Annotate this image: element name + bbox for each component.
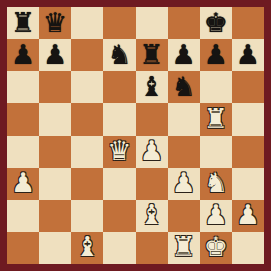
square-h1[interactable] [232,232,264,264]
square-c1[interactable]: ♝ [71,232,103,264]
square-d1[interactable] [103,232,135,264]
square-g2[interactable]: ♟ [200,200,232,232]
square-g1[interactable]: ♚ [200,232,232,264]
square-d4[interactable]: ♛ [103,136,135,168]
piece-black-pawn[interactable]: ♟ [43,41,67,68]
square-g5[interactable]: ♜ [200,103,232,135]
square-h6[interactable] [232,71,264,103]
square-g8[interactable]: ♚ [200,7,232,39]
square-c8[interactable] [71,7,103,39]
piece-black-knight[interactable]: ♞ [172,73,196,100]
square-f6[interactable]: ♞ [168,71,200,103]
piece-black-knight[interactable]: ♞ [107,41,131,68]
square-b5[interactable] [39,103,71,135]
square-d8[interactable] [103,7,135,39]
square-b4[interactable] [39,136,71,168]
piece-black-pawn[interactable]: ♟ [204,41,228,68]
square-e6[interactable]: ♝ [136,71,168,103]
square-b7[interactable]: ♟ [39,39,71,71]
piece-white-rook[interactable]: ♜ [172,233,196,260]
square-c2[interactable] [71,200,103,232]
piece-white-rook[interactable]: ♜ [204,105,228,132]
piece-white-pawn[interactable]: ♟ [11,169,35,196]
square-c3[interactable] [71,168,103,200]
piece-black-queen[interactable]: ♛ [43,9,67,36]
chess-board: ♜♛♚♟♟♞♜♟♟♟♝♞♜♛♟♟♟♞♝♟♟♝♜♚ [0,0,271,271]
square-h8[interactable] [232,7,264,39]
piece-white-bishop[interactable]: ♝ [139,201,163,228]
square-d6[interactable] [103,71,135,103]
square-h7[interactable]: ♟ [232,39,264,71]
square-a5[interactable] [7,103,39,135]
piece-white-pawn[interactable]: ♟ [236,201,260,228]
piece-white-pawn[interactable]: ♟ [204,201,228,228]
piece-black-pawn[interactable]: ♟ [236,41,260,68]
square-f5[interactable] [168,103,200,135]
piece-black-bishop[interactable]: ♝ [139,73,163,100]
square-h2[interactable]: ♟ [232,200,264,232]
square-a6[interactable] [7,71,39,103]
square-e1[interactable] [136,232,168,264]
square-e7[interactable]: ♜ [136,39,168,71]
square-a4[interactable] [7,136,39,168]
square-b6[interactable] [39,71,71,103]
piece-black-rook[interactable]: ♜ [11,9,35,36]
square-f1[interactable]: ♜ [168,232,200,264]
piece-black-pawn[interactable]: ♟ [11,41,35,68]
piece-white-knight[interactable]: ♞ [204,169,228,196]
square-c7[interactable] [71,39,103,71]
square-g3[interactable]: ♞ [200,168,232,200]
square-g4[interactable] [200,136,232,168]
square-f2[interactable] [168,200,200,232]
piece-white-bishop[interactable]: ♝ [75,233,99,260]
square-d2[interactable] [103,200,135,232]
square-e4[interactable]: ♟ [136,136,168,168]
square-b2[interactable] [39,200,71,232]
square-a8[interactable]: ♜ [7,7,39,39]
piece-black-rook[interactable]: ♜ [139,41,163,68]
piece-white-queen[interactable]: ♛ [107,137,131,164]
square-h3[interactable] [232,168,264,200]
piece-white-king[interactable]: ♚ [204,233,228,260]
square-a3[interactable]: ♟ [7,168,39,200]
square-g7[interactable]: ♟ [200,39,232,71]
square-a1[interactable] [7,232,39,264]
square-d3[interactable] [103,168,135,200]
square-e3[interactable] [136,168,168,200]
square-e8[interactable] [136,7,168,39]
piece-white-pawn[interactable]: ♟ [139,137,163,164]
square-a7[interactable]: ♟ [7,39,39,71]
piece-black-king[interactable]: ♚ [204,9,228,36]
square-d5[interactable] [103,103,135,135]
square-c6[interactable] [71,71,103,103]
board-grid: ♜♛♚♟♟♞♜♟♟♟♝♞♜♛♟♟♟♞♝♟♟♝♜♚ [7,7,264,264]
square-b8[interactable]: ♛ [39,7,71,39]
square-d7[interactable]: ♞ [103,39,135,71]
piece-black-pawn[interactable]: ♟ [172,41,196,68]
square-e5[interactable] [136,103,168,135]
square-g6[interactable] [200,71,232,103]
square-b3[interactable] [39,168,71,200]
square-f3[interactable]: ♟ [168,168,200,200]
square-b1[interactable] [39,232,71,264]
square-f4[interactable] [168,136,200,168]
square-f7[interactable]: ♟ [168,39,200,71]
square-e2[interactable]: ♝ [136,200,168,232]
square-h5[interactable] [232,103,264,135]
square-c5[interactable] [71,103,103,135]
square-h4[interactable] [232,136,264,168]
square-c4[interactable] [71,136,103,168]
square-f8[interactable] [168,7,200,39]
square-a2[interactable] [7,200,39,232]
piece-white-pawn[interactable]: ♟ [172,169,196,196]
